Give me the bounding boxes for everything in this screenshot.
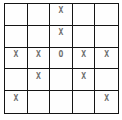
board-cell[interactable] — [28, 4, 51, 26]
board-cell[interactable]: O — [50, 48, 73, 70]
board-cell[interactable] — [95, 4, 118, 26]
x-mark: X — [36, 51, 41, 59]
board-cell[interactable] — [28, 91, 51, 113]
board-cell[interactable] — [95, 26, 118, 48]
board-cell[interactable] — [95, 69, 118, 91]
game-board: XXXXOXXXXXX — [4, 3, 119, 114]
x-mark: X — [81, 51, 86, 59]
board-cell[interactable] — [5, 26, 28, 48]
x-mark: X — [59, 29, 64, 37]
board-cell[interactable]: X — [5, 91, 28, 113]
board-cell[interactable] — [73, 91, 96, 113]
x-mark: X — [81, 73, 86, 81]
x-mark: X — [104, 51, 109, 59]
x-mark: X — [13, 51, 18, 59]
board-cell[interactable] — [73, 4, 96, 26]
board-cell[interactable]: X — [28, 69, 51, 91]
board-cell[interactable] — [5, 4, 28, 26]
board-cell[interactable]: X — [50, 4, 73, 26]
o-mark: O — [59, 51, 64, 59]
board-cell[interactable] — [73, 26, 96, 48]
board-cell[interactable]: X — [73, 48, 96, 70]
x-mark: X — [59, 7, 64, 15]
board-cell[interactable] — [28, 26, 51, 48]
board-cell[interactable] — [50, 69, 73, 91]
x-mark: X — [13, 95, 18, 103]
board-cell[interactable] — [5, 69, 28, 91]
board-cell[interactable]: X — [50, 26, 73, 48]
board-cell[interactable]: X — [95, 91, 118, 113]
board-cell[interactable]: X — [73, 69, 96, 91]
board-cell[interactable]: X — [95, 48, 118, 70]
x-mark: X — [36, 73, 41, 81]
board-cell[interactable]: X — [28, 48, 51, 70]
board-cell[interactable] — [50, 91, 73, 113]
board-cell[interactable]: X — [5, 48, 28, 70]
x-mark: X — [104, 95, 109, 103]
